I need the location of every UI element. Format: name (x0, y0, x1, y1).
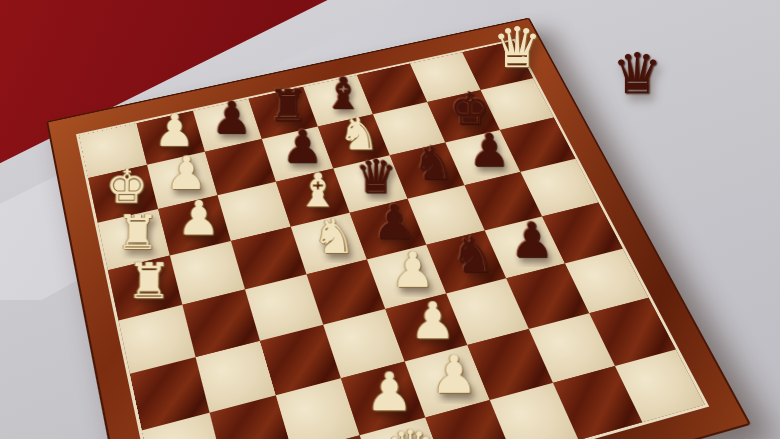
piece-black-pawn[interactable]: ♟ (500, 211, 563, 269)
piece-black-knight[interactable]: ♞ (403, 135, 463, 190)
piece-black-pawn[interactable]: ♟ (460, 123, 520, 178)
piece-white-knight[interactable]: ♞ (303, 207, 366, 265)
piece-white-queen[interactable]: ♛ (375, 417, 446, 439)
piece-white-pawn[interactable]: ♟ (168, 189, 230, 246)
piece-white-pawn[interactable]: ♟ (355, 359, 423, 423)
spare-black-queen[interactable]: ♛ (612, 44, 662, 104)
piece-black-pawn[interactable]: ♟ (202, 91, 260, 144)
spare-white-queen[interactable]: ♛ (492, 18, 542, 78)
piece-white-rook[interactable]: ♜ (117, 251, 182, 311)
piece-white-pawn[interactable]: ♟ (420, 342, 488, 406)
piece-black-knight[interactable]: ♞ (441, 225, 504, 284)
chess-board[interactable]: ♟♟♜♝♚♟♟♞♚♜♟♝♛♞♟♜♞♟♟♞♟♟♟♟♛ (79, 41, 705, 439)
square-a7[interactable] (553, 366, 642, 439)
